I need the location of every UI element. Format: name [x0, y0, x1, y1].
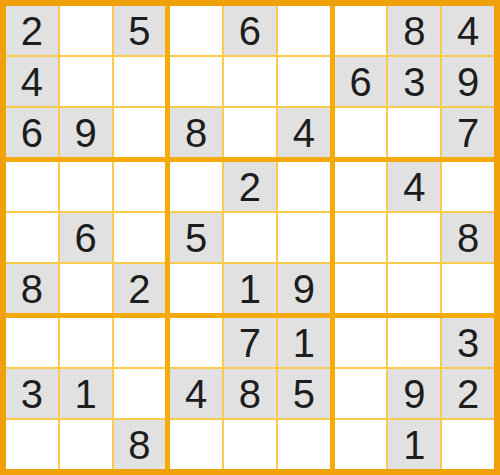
cell-r6c7[interactable] — [335, 264, 387, 313]
cell-r4c6[interactable] — [278, 162, 330, 211]
cell-r6c5[interactable]: 1 — [224, 264, 276, 313]
cell-r5c8[interactable] — [388, 213, 440, 262]
cell-r7c8[interactable] — [388, 318, 440, 367]
cell-r8c6[interactable]: 5 — [278, 369, 330, 418]
cell-r7c3[interactable] — [114, 318, 166, 367]
box-r1c2: 684 — [170, 6, 329, 157]
cell-r4c4[interactable] — [170, 162, 222, 211]
cell-r6c2[interactable] — [60, 264, 112, 313]
cell-r4c9[interactable] — [442, 162, 494, 211]
cell-r3c3[interactable] — [114, 108, 166, 157]
cell-r3c2[interactable]: 9 — [60, 108, 112, 157]
cell-r5c2[interactable]: 6 — [60, 213, 112, 262]
cell-r2c3[interactable] — [114, 57, 166, 106]
cell-r5c9[interactable]: 8 — [442, 213, 494, 262]
cell-r8c7[interactable] — [335, 369, 387, 418]
cell-r6c4[interactable] — [170, 264, 222, 313]
cell-r3c1[interactable]: 6 — [6, 108, 58, 157]
cell-r2c6[interactable] — [278, 57, 330, 106]
cell-r9c3[interactable]: 8 — [114, 420, 166, 469]
cell-r8c1[interactable]: 3 — [6, 369, 58, 418]
sudoku-board-grid: 25469684846397682251948318714853921 — [6, 6, 494, 469]
cell-r9c1[interactable] — [6, 420, 58, 469]
cell-r4c3[interactable] — [114, 162, 166, 211]
cell-r5c7[interactable] — [335, 213, 387, 262]
cell-r8c3[interactable] — [114, 369, 166, 418]
box-r3c3: 3921 — [335, 318, 494, 469]
cell-r3c6[interactable]: 4 — [278, 108, 330, 157]
cell-r2c7[interactable]: 6 — [335, 57, 387, 106]
cell-r6c8[interactable] — [388, 264, 440, 313]
cell-r5c6[interactable] — [278, 213, 330, 262]
box-r3c1: 318 — [6, 318, 165, 469]
cell-r2c4[interactable] — [170, 57, 222, 106]
cell-r8c8[interactable]: 9 — [388, 369, 440, 418]
cell-r5c3[interactable] — [114, 213, 166, 262]
cell-r1c1[interactable]: 2 — [6, 6, 58, 55]
cell-r5c4[interactable]: 5 — [170, 213, 222, 262]
cell-r1c9[interactable]: 4 — [442, 6, 494, 55]
box-r2c3: 48 — [335, 162, 494, 313]
cell-r5c5[interactable] — [224, 213, 276, 262]
cell-r2c1[interactable]: 4 — [6, 57, 58, 106]
cell-r1c2[interactable] — [60, 6, 112, 55]
cell-r2c9[interactable]: 9 — [442, 57, 494, 106]
cell-r6c1[interactable]: 8 — [6, 264, 58, 313]
cell-r7c6[interactable]: 1 — [278, 318, 330, 367]
box-r1c3: 846397 — [335, 6, 494, 157]
cell-r5c1[interactable] — [6, 213, 58, 262]
cell-r9c7[interactable] — [335, 420, 387, 469]
sudoku-board: 25469684846397682251948318714853921 — [0, 0, 500, 475]
cell-r7c5[interactable]: 7 — [224, 318, 276, 367]
cell-r4c5[interactable]: 2 — [224, 162, 276, 211]
cell-r9c9[interactable] — [442, 420, 494, 469]
cell-r2c2[interactable] — [60, 57, 112, 106]
box-r1c1: 25469 — [6, 6, 165, 157]
box-r3c2: 71485 — [170, 318, 329, 469]
cell-r2c5[interactable] — [224, 57, 276, 106]
cell-r1c4[interactable] — [170, 6, 222, 55]
cell-r7c9[interactable]: 3 — [442, 318, 494, 367]
cell-r3c4[interactable]: 8 — [170, 108, 222, 157]
cell-r1c8[interactable]: 8 — [388, 6, 440, 55]
cell-r4c2[interactable] — [60, 162, 112, 211]
cell-r1c5[interactable]: 6 — [224, 6, 276, 55]
cell-r7c7[interactable] — [335, 318, 387, 367]
cell-r8c9[interactable]: 2 — [442, 369, 494, 418]
cell-r6c3[interactable]: 2 — [114, 264, 166, 313]
cell-r3c8[interactable] — [388, 108, 440, 157]
cell-r4c1[interactable] — [6, 162, 58, 211]
cell-r7c2[interactable] — [60, 318, 112, 367]
cell-r3c9[interactable]: 7 — [442, 108, 494, 157]
cell-r8c2[interactable]: 1 — [60, 369, 112, 418]
cell-r2c8[interactable]: 3 — [388, 57, 440, 106]
cell-r6c6[interactable]: 9 — [278, 264, 330, 313]
cell-r8c4[interactable]: 4 — [170, 369, 222, 418]
cell-r1c7[interactable] — [335, 6, 387, 55]
box-r2c2: 2519 — [170, 162, 329, 313]
cell-r7c1[interactable] — [6, 318, 58, 367]
cell-r1c3[interactable]: 5 — [114, 6, 166, 55]
cell-r6c9[interactable] — [442, 264, 494, 313]
cell-r7c4[interactable] — [170, 318, 222, 367]
cell-r4c7[interactable] — [335, 162, 387, 211]
cell-r9c2[interactable] — [60, 420, 112, 469]
cell-r3c5[interactable] — [224, 108, 276, 157]
cell-r4c8[interactable]: 4 — [388, 162, 440, 211]
cell-r1c6[interactable] — [278, 6, 330, 55]
cell-r9c5[interactable] — [224, 420, 276, 469]
cell-r9c6[interactable] — [278, 420, 330, 469]
cell-r8c5[interactable]: 8 — [224, 369, 276, 418]
cell-r3c7[interactable] — [335, 108, 387, 157]
box-r2c1: 682 — [6, 162, 165, 313]
cell-r9c8[interactable]: 1 — [388, 420, 440, 469]
cell-r9c4[interactable] — [170, 420, 222, 469]
